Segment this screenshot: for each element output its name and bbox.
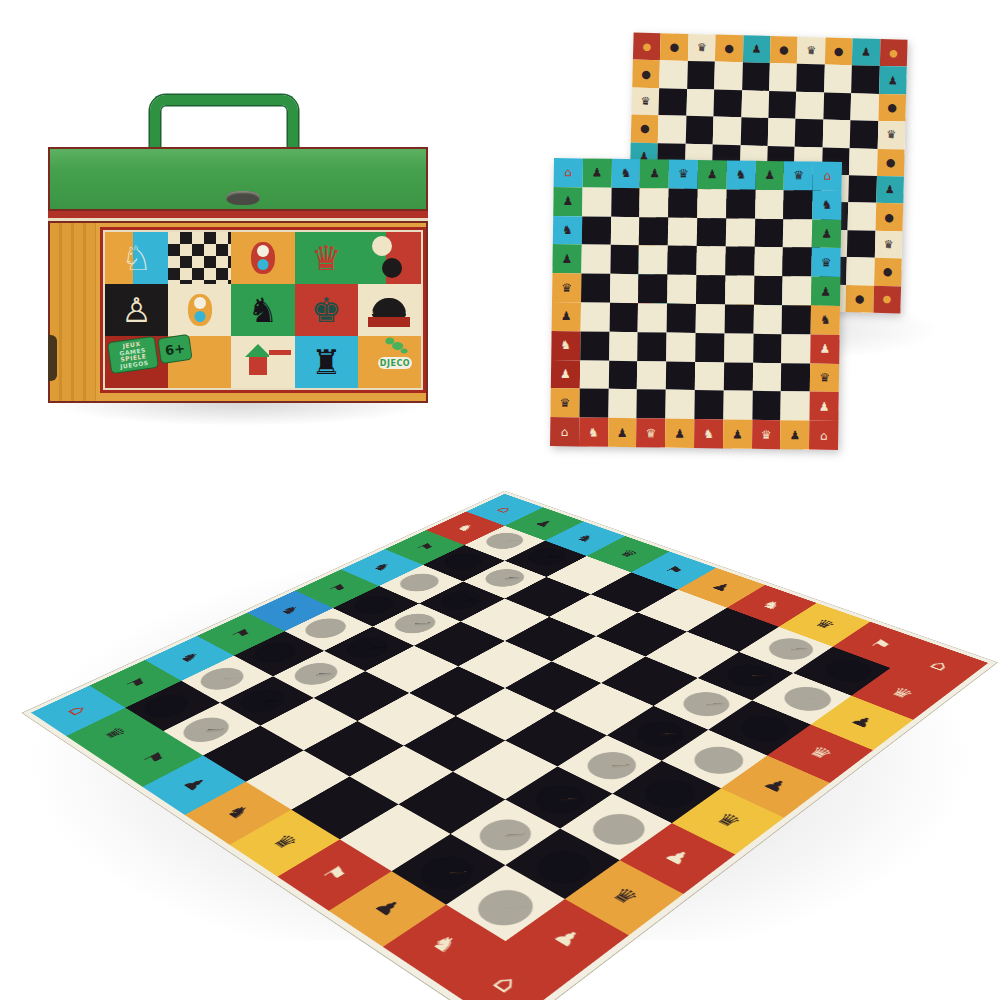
tile-motif-icon: ♞ [573,533,598,544]
tile-motif-icon: ⚑ [412,542,437,553]
tile-motif-icon: ♟ [548,926,586,951]
tile-motif-icon: ⌂ [494,505,516,514]
tile-motif-icon: ♛ [711,810,745,830]
tile-motif-icon: ⚑ [324,582,350,594]
tile-motif-icon: ♛ [606,885,642,908]
board-square: ♞ [185,782,291,845]
tile-motif-icon: ♛ [804,744,836,762]
tile-motif-icon: ⌂ [64,703,93,718]
tile-motif-icon: ⌂ [487,971,524,997]
main-chess-board: ⌂♟♞♛⚑♟♞♛⚑⌂♞♛⚑♟♞♛⚑♟♞♛⚑♟♞♛⚑♟⌂♛⚑♟♞♛⚑♟♞⌂ ♜♞♟… [23,491,997,1000]
tile-motif-icon: ♟ [759,776,792,795]
tile-motif-icon: ♛ [616,548,641,559]
tile-motif-icon: ♟ [178,775,210,793]
tile-motif-icon: ♛ [887,685,917,701]
board-square: ⚑ [103,731,203,787]
tile-motif-icon: ⚑ [661,564,687,576]
tile-motif-icon: ♞ [277,604,303,617]
tile-motif-icon: ♞ [425,932,463,957]
tile-motif-icon: ⚑ [317,863,352,885]
perspective-tilt-wrapper: ⌂♟♞♛⚑♟♞♛⚑⌂♞♛⚑♟♞♛⚑♟♞♛⚑♟♞♛⚑♟⌂♛⚑♟♞♛⚑♟♞⌂ ♜♞♟… [0,0,1000,1000]
tile-motif-icon: ⌂ [926,658,953,672]
tile-motif-icon: ♞ [221,803,254,822]
tile-motif-icon: ♛ [99,725,129,741]
tile-motif-icon: ♟ [532,518,556,528]
board-square: ♟ [143,756,246,815]
tile-motif-icon: ♛ [267,832,301,853]
board-square: ⌂ [442,941,569,1000]
tile-motif-icon: ♟ [660,846,695,868]
board-square [303,721,404,777]
board-square: ♛ [230,810,340,877]
tile-motif-icon: ⚑ [138,750,169,767]
tile-motif-icon: ♟ [708,581,735,593]
board-square [358,693,456,746]
tile-motif-icon: ♞ [758,599,785,612]
tile-motif-icon: ♞ [175,651,203,665]
tile-motif-icon: ♞ [369,562,394,573]
tile-motif-icon: ♟ [846,714,877,731]
tile-motif-icon: ♞ [453,523,477,533]
tile-motif-icon: ⚑ [227,627,254,640]
board-square [456,688,554,740]
board-square [246,751,349,810]
tile-motif-icon: ♟ [369,896,405,919]
